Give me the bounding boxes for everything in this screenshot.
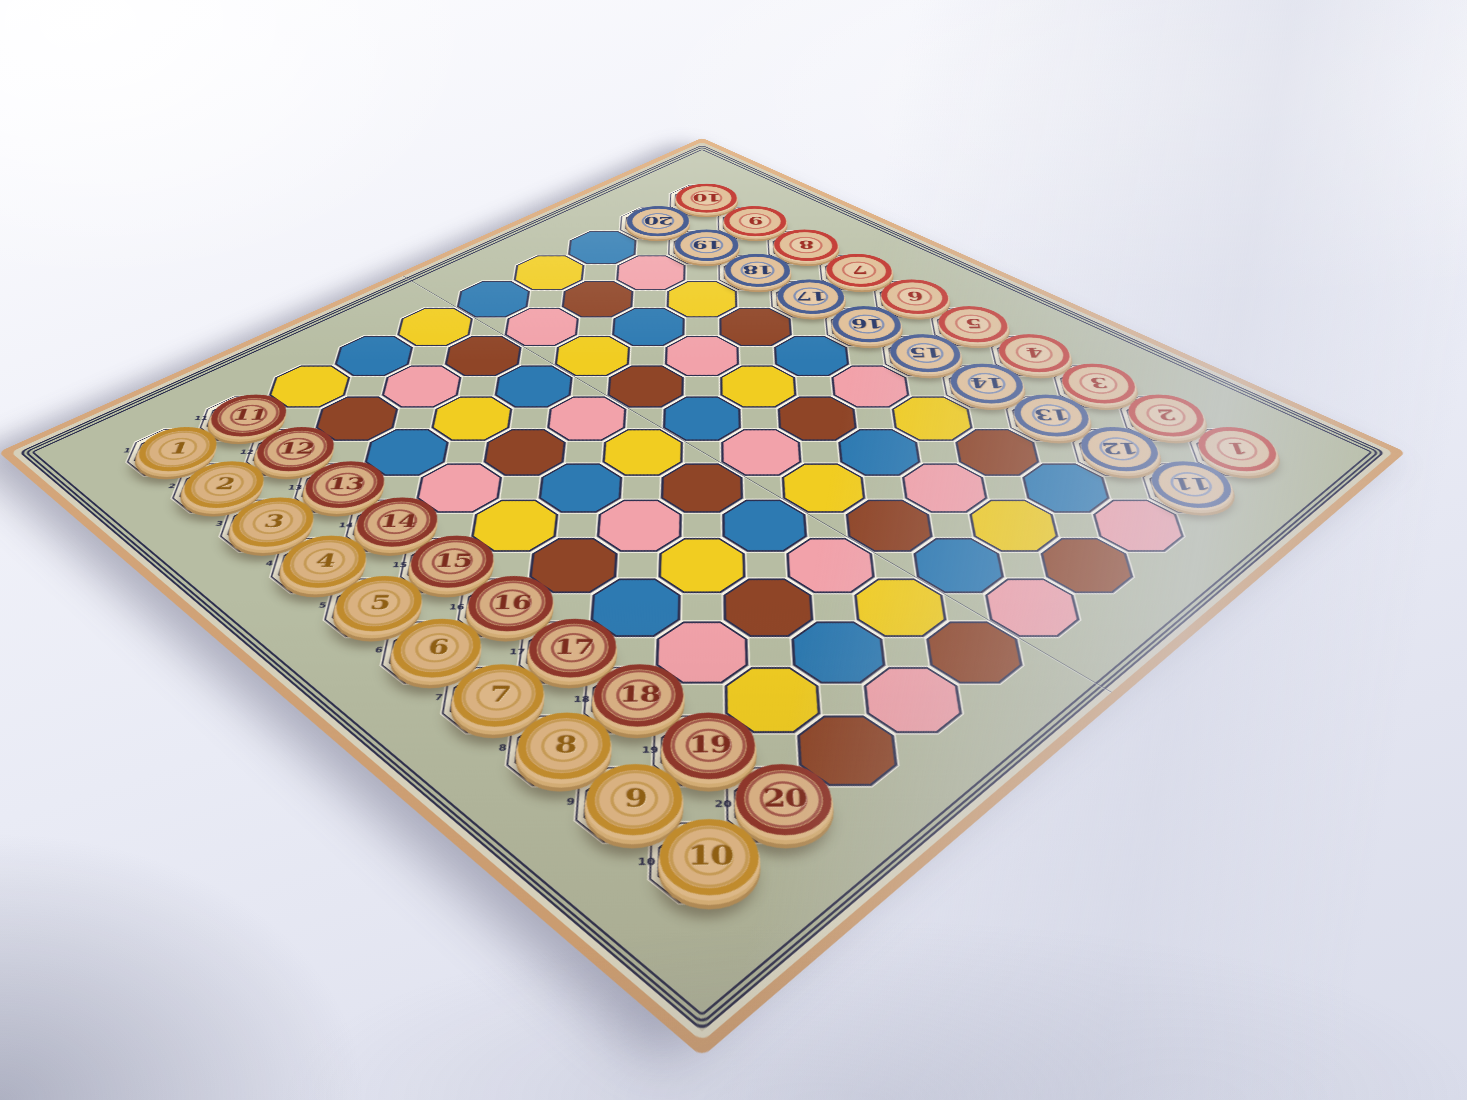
cell-number-label: 12	[239, 449, 255, 455]
piece-number: 6	[403, 635, 474, 658]
piece-number: 1	[146, 439, 211, 457]
piece-number: 9	[598, 784, 673, 812]
cell-number-label: 10	[638, 856, 656, 867]
piece-number: 19	[683, 238, 732, 251]
piece-number: 12	[1089, 439, 1153, 457]
piece-number: 13	[314, 474, 379, 493]
piece-number: 20	[748, 784, 823, 812]
piece-number: 5	[345, 591, 415, 613]
piece-number: 15	[420, 550, 487, 571]
piece-number: 19	[674, 731, 746, 757]
piece-number: 14	[958, 375, 1017, 391]
piece-number: 2	[192, 474, 258, 493]
piece-number: 16	[478, 591, 546, 613]
cell-number-label: 7	[434, 693, 444, 702]
cell-number-label: 11	[193, 415, 208, 421]
piece-number: 16	[840, 316, 894, 330]
piece-number: 7	[464, 682, 536, 707]
photo-scene: 1010998877665544332211202019191818171716…	[0, 0, 1467, 1100]
piece-number: 9	[732, 215, 781, 227]
piece-number: 7	[834, 263, 886, 276]
cell-number-label: 18	[573, 695, 590, 704]
cell-number-label: 19	[642, 745, 659, 754]
cell-number-label: 17	[509, 647, 526, 655]
piece-number: 2	[1136, 406, 1199, 423]
board-surface: 1010998877665544332211202019191818171716…	[34, 150, 1370, 1013]
piece-number: 17	[786, 289, 839, 303]
piece-number: 3	[240, 511, 307, 531]
board-grid: 1010998877665544332211202019191818171716…	[112, 178, 1292, 924]
piece-number: 3	[1069, 375, 1129, 391]
piece-number: 4	[1006, 345, 1064, 360]
piece-number: 15	[898, 345, 955, 360]
piece-number: 18	[605, 682, 675, 707]
piece-number: 10	[672, 840, 749, 870]
piece-number: 10	[684, 192, 731, 203]
cell-number-label: 13	[287, 484, 303, 491]
cell-number-label: 20	[715, 799, 732, 809]
piece-number: 8	[529, 731, 602, 757]
piece-number: 1	[1205, 439, 1270, 457]
cell-number-label: 15	[392, 561, 408, 568]
piece-number: 8	[782, 238, 832, 251]
piece-number: 11	[218, 406, 280, 423]
game-board: 1010998877665544332211202019191818171716…	[0, 138, 1406, 1057]
cell-number-label: 14	[338, 521, 354, 528]
piece-number: 20	[634, 215, 682, 227]
piece-number: 12	[265, 439, 328, 457]
piece-number: 17	[539, 635, 608, 658]
cell-number-label: 9	[566, 796, 575, 806]
piece-number: 11	[1159, 474, 1225, 493]
piece-number: 18	[733, 263, 784, 276]
piece-number: 6	[889, 289, 943, 303]
cell-number-label: 8	[498, 743, 507, 752]
piece-number: 4	[291, 550, 360, 571]
cell-number-label: 16	[449, 603, 465, 611]
piece-number: 5	[946, 316, 1002, 330]
piece-number: 13	[1022, 406, 1083, 423]
piece-number: 14	[365, 511, 431, 531]
